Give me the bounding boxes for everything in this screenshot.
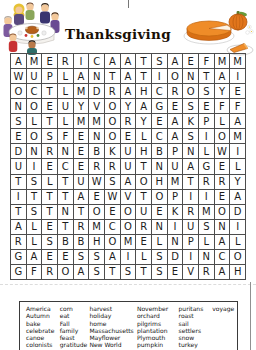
grid-cell-r10c12[interactable]: I [183, 190, 199, 205]
grid-cell-r9c15[interactable]: Y [230, 175, 246, 190]
grid-cell-r4c6[interactable]: V [89, 99, 105, 114]
word-list-column-6: voyage [212, 305, 237, 350]
word-list: AmericaAutumnbakecelebratecanoecolonists… [19, 301, 238, 350]
grid-cell-r12c3[interactable]: E [42, 220, 58, 235]
word-item: eat [60, 312, 90, 319]
grid-cell-r14c15[interactable]: O [230, 250, 246, 265]
grid-cell-r6c9[interactable]: L [136, 129, 152, 144]
word-item: gratitude [60, 341, 90, 348]
word-item: snow [179, 334, 213, 341]
grid-cell-r6c8[interactable]: E [121, 129, 137, 144]
page-title: Thanksgiving [50, 26, 186, 42]
grid-cell-r9c9[interactable]: O [136, 175, 152, 190]
grid-cell-r9c1[interactable]: T [11, 175, 27, 190]
grid-cell-r1c14[interactable]: M [215, 54, 231, 69]
grid-cell-r2c11[interactable]: O [168, 69, 184, 84]
grid-cell-r12c9[interactable]: R [136, 220, 152, 235]
word-item: Autumn [26, 312, 60, 319]
grid-cell-r14c10[interactable]: S [152, 250, 168, 265]
grid-cell-r11c11[interactable]: K [168, 205, 184, 220]
grid-cell-r11c13[interactable]: M [199, 205, 215, 220]
grid-cell-r12c13[interactable]: S [199, 220, 215, 235]
grid-cell-r4c11[interactable]: E [168, 99, 184, 114]
grid-cell-r8c14[interactable]: E [215, 159, 231, 174]
grid-cell-r5c12[interactable]: K [183, 114, 199, 129]
grid-cell-r4c3[interactable]: E [42, 99, 58, 114]
word-item: celebrate [26, 327, 60, 334]
word-item: sail [179, 320, 213, 327]
grid-cell-r11c9[interactable]: U [136, 205, 152, 220]
grid-cell-r8c12[interactable]: A [183, 159, 199, 174]
grid-cell-r12c2[interactable]: L [27, 220, 43, 235]
grid-cell-r15c10[interactable]: S [152, 265, 168, 280]
grid-cell-r4c5[interactable]: Y [74, 99, 90, 114]
word-list-column-2: corneatFallfamilyfeastgratitude [60, 305, 90, 350]
grid-cell-r12c6[interactable]: M [89, 220, 105, 235]
grid-cell-r5c4[interactable]: L [58, 114, 74, 129]
grid-cell-r12c12[interactable]: U [183, 220, 199, 235]
grid-cell-r7c12[interactable]: N [183, 144, 199, 159]
grid-cell-r11c3[interactable]: T [42, 205, 58, 220]
grid-cell-r9c3[interactable]: L [42, 175, 58, 190]
grid-cell-r13c15[interactable]: L [230, 235, 246, 250]
grid-cell-r15c12[interactable]: V [183, 265, 199, 280]
grid-cell-r3c12[interactable]: O [183, 84, 199, 99]
grid-cell-r7c15[interactable]: I [230, 144, 246, 159]
grid-cell-r2c8[interactable]: A [121, 69, 137, 84]
grid-cell-r15c3[interactable]: R [42, 265, 58, 280]
grid-cell-r10c6[interactable]: E [89, 190, 105, 205]
grid-cell-r7c11[interactable]: P [168, 144, 184, 159]
grid-cell-r13c7[interactable]: O [105, 235, 121, 250]
grid-cell-r5c6[interactable]: M [89, 114, 105, 129]
grid-cell-r8c6[interactable]: R [89, 159, 105, 174]
grid-cell-r10c10[interactable]: O [152, 190, 168, 205]
grid-cell-r12c8[interactable]: O [121, 220, 137, 235]
grid-cell-r13c12[interactable]: P [183, 235, 199, 250]
grid-cell-r11c8[interactable]: O [121, 205, 137, 220]
grid-cell-r13c3[interactable]: S [42, 235, 58, 250]
grid-cell-r13c9[interactable]: E [136, 235, 152, 250]
grid-cell-r6c14[interactable]: O [215, 129, 231, 144]
grid-cell-r1c9[interactable]: T [136, 54, 152, 69]
worksheet-page: Thanksgiving AMERICAATSAEFMMWUPLANTATION… [0, 0, 256, 350]
grid-cell-r6c7[interactable]: O [105, 129, 121, 144]
grid-cell-r13c4[interactable]: B [58, 235, 74, 250]
grid-cell-r15c7[interactable]: T [105, 265, 121, 280]
grid-cell-r7c2[interactable]: N [27, 144, 43, 159]
grid-cell-r14c11[interactable]: D [168, 250, 184, 265]
grid-cell-r8c10[interactable]: N [152, 159, 168, 174]
grid-cell-r15c2[interactable]: F [27, 265, 43, 280]
grid-cell-r4c12[interactable]: S [183, 99, 199, 114]
grid-cell-r8c15[interactable]: L [230, 159, 246, 174]
word-item: home [89, 320, 137, 327]
grid-cell-r15c15[interactable]: H [230, 265, 246, 280]
grid-cell-r7c5[interactable]: E [74, 144, 90, 159]
grid-cell-r13c1[interactable]: R [11, 235, 27, 250]
grid-cell-r6c6[interactable]: N [89, 129, 105, 144]
grid-cell-r11c4[interactable]: N [58, 205, 74, 220]
word-list-column-3: harvestholidayhomeMassachusettsMayflower… [89, 305, 137, 350]
grid-cell-r4c15[interactable]: F [230, 99, 246, 114]
grid-cell-r5c15[interactable]: A [230, 114, 246, 129]
word-item: corn [60, 305, 90, 312]
grid-cell-r12c11[interactable]: I [168, 220, 184, 235]
grid-cell-r1c1[interactable]: A [11, 54, 27, 69]
grid-cell-r14c7[interactable]: A [105, 250, 121, 265]
word-item: pilgrims [137, 320, 179, 327]
grid-cell-r12c4[interactable]: T [58, 220, 74, 235]
grid-cell-r5c13[interactable]: P [199, 114, 215, 129]
grid-cell-r13c11[interactable]: N [168, 235, 184, 250]
grid-cell-r15c1[interactable]: G [11, 265, 27, 280]
grid-cell-r8c11[interactable]: U [168, 159, 184, 174]
grid-cell-r7c6[interactable]: B [89, 144, 105, 159]
grid-cell-r13c14[interactable]: A [215, 235, 231, 250]
word-item: bake [26, 320, 60, 327]
grid-cell-r2c10[interactable]: I [152, 69, 168, 84]
grid-cell-r3c9[interactable]: H [136, 84, 152, 99]
grid-cell-r11c14[interactable]: O [215, 205, 231, 220]
grid-cell-r7c3[interactable]: R [42, 144, 58, 159]
grid-cell-r11c6[interactable]: O [89, 205, 105, 220]
grid-cell-r9c4[interactable]: T [58, 175, 74, 190]
word-item: roast [179, 312, 213, 319]
grid-cell-r7c10[interactable]: B [152, 144, 168, 159]
grid-cell-r9c2[interactable]: S [27, 175, 43, 190]
grid-cell-r5c14[interactable]: L [215, 114, 231, 129]
grid-cell-r14c2[interactable]: A [27, 250, 43, 265]
grid-cell-r11c2[interactable]: S [27, 205, 43, 220]
grid-cell-r1c7[interactable]: A [105, 54, 121, 69]
grid-cell-r10c11[interactable]: P [168, 190, 184, 205]
grid-cell-r10c1[interactable]: I [11, 190, 27, 205]
grid-cell-r6c2[interactable]: O [27, 129, 43, 144]
grid-cell-r9c6[interactable]: W [89, 175, 105, 190]
grid-cell-r5c5[interactable]: M [74, 114, 90, 129]
grid-cell-r3c14[interactable]: Y [215, 84, 231, 99]
grid-cell-r3c8[interactable]: A [121, 84, 137, 99]
grid-cell-r8c5[interactable]: E [74, 159, 90, 174]
grid-cell-r14c3[interactable]: E [42, 250, 58, 265]
grid-cell-r10c8[interactable]: V [121, 190, 137, 205]
grid-cell-r9c8[interactable]: A [121, 175, 137, 190]
grid-cell-r2c3[interactable]: P [42, 69, 58, 84]
grid-cell-r14c12[interactable]: I [183, 250, 199, 265]
grid-cell-r2c7[interactable]: T [105, 69, 121, 84]
grid-cell-r1c12[interactable]: E [183, 54, 199, 69]
grid-cell-r12c14[interactable]: N [215, 220, 231, 235]
grid-cell-r2c2[interactable]: U [27, 69, 43, 84]
grid-cell-r14c6[interactable]: S [89, 250, 105, 265]
separator-dashed-line [0, 284, 256, 285]
grid-cell-r6c12[interactable]: S [183, 129, 199, 144]
grid-cell-r3c15[interactable]: E [230, 84, 246, 99]
grid-cell-r3c3[interactable]: T [42, 84, 58, 99]
grid-cell-r11c15[interactable]: D [230, 205, 246, 220]
grid-cell-r2c15[interactable]: I [230, 69, 246, 84]
grid-cell-r12c10[interactable]: N [152, 220, 168, 235]
grid-cell-r2c12[interactable]: N [183, 69, 199, 84]
word-item: turkey [179, 341, 213, 348]
grid-cell-r12c1[interactable]: A [11, 220, 27, 235]
grid-cell-r3c7[interactable]: R [105, 84, 121, 99]
grid-cell-r2c5[interactable]: A [74, 69, 90, 84]
grid-cell-r2c9[interactable]: T [136, 69, 152, 84]
grid-cell-r14c4[interactable]: E [58, 250, 74, 265]
grid-cell-r5c11[interactable]: A [168, 114, 184, 129]
grid-cell-r1c3[interactable]: E [42, 54, 58, 69]
word-list-column-4: NovemberorchardpilgrimsplantationPlymout… [137, 305, 179, 350]
grid-cell-r13c6[interactable]: H [89, 235, 105, 250]
grid-cell-r15c11[interactable]: E [168, 265, 184, 280]
word-item: settlers [179, 327, 213, 334]
grid-cell-r7c8[interactable]: U [121, 144, 137, 159]
grid-cell-r15c14[interactable]: A [215, 265, 231, 280]
grid-cell-r7c1[interactable]: D [11, 144, 27, 159]
print-artifact-mark [128, 0, 129, 8]
grid-cell-r5c7[interactable]: O [105, 114, 121, 129]
grid-cell-r14c13[interactable]: N [199, 250, 215, 265]
grid-cell-r4c13[interactable]: E [199, 99, 215, 114]
grid-cell-r15c5[interactable]: A [74, 265, 90, 280]
grid-cell-r5c10[interactable]: E [152, 114, 168, 129]
word-item: Fall [60, 320, 90, 327]
grid-cell-r6c5[interactable]: E [74, 129, 90, 144]
word-item: puritans [179, 305, 213, 312]
word-item: voyage [212, 305, 237, 312]
grid-cell-r4c1[interactable]: N [11, 99, 27, 114]
grid-cell-r11c1[interactable]: T [11, 205, 27, 220]
grid-cell-r8c2[interactable]: I [27, 159, 43, 174]
grid-cell-r9c14[interactable]: R [215, 175, 231, 190]
grid-cell-r1c2[interactable]: M [27, 54, 43, 69]
grid-cell-r9c12[interactable]: T [183, 175, 199, 190]
grid-cell-r8c4[interactable]: C [58, 159, 74, 174]
grid-cell-r2c13[interactable]: T [199, 69, 215, 84]
grid-cell-r12c7[interactable]: C [105, 220, 121, 235]
grid-cell-r10c4[interactable]: T [58, 190, 74, 205]
grid-cell-r10c13[interactable]: I [199, 190, 215, 205]
grid-cell-r10c2[interactable]: T [27, 190, 43, 205]
grid-cell-r2c4[interactable]: L [58, 69, 74, 84]
word-list-column-1: AmericaAutumnbakecelebratecanoecolonists [26, 305, 60, 350]
word-item: New World [89, 341, 137, 348]
word-item: Mayflower [89, 334, 137, 341]
grid-cell-r14c1[interactable]: G [11, 250, 27, 265]
grid-cell-r11c5[interactable]: T [74, 205, 90, 220]
grid-cell-r9c7[interactable]: S [105, 175, 121, 190]
grid-cell-r1c15[interactable]: M [230, 54, 246, 69]
word-item: Massachusetts [89, 327, 137, 334]
word-item: family [60, 327, 90, 334]
grid-cell-r8c1[interactable]: U [11, 159, 27, 174]
grid-cell-r10c15[interactable]: A [230, 190, 246, 205]
grid-cell-r10c5[interactable]: A [74, 190, 90, 205]
grid-cell-r11c7[interactable]: E [105, 205, 121, 220]
grid-cell-r1c8[interactable]: A [121, 54, 137, 69]
word-item: pumpkin [137, 341, 179, 348]
grid-cell-r10c7[interactable]: W [105, 190, 121, 205]
grid-cell-r3c4[interactable]: L [58, 84, 74, 99]
grid-cell-r3c1[interactable]: O [11, 84, 27, 99]
grid-cell-r4c9[interactable]: A [136, 99, 152, 114]
grid-cell-r11c12[interactable]: R [183, 205, 199, 220]
grid-cell-r3c11[interactable]: R [168, 84, 184, 99]
grid-cell-r4c2[interactable]: O [27, 99, 43, 114]
grid-cell-r5c8[interactable]: R [121, 114, 137, 129]
grid-cell-r1c13[interactable]: F [199, 54, 215, 69]
grid-cell-r14c14[interactable]: C [215, 250, 231, 265]
grid-cell-r1c10[interactable]: S [152, 54, 168, 69]
grid-cell-r4c10[interactable]: G [152, 99, 168, 114]
grid-cell-r14c9[interactable]: L [136, 250, 152, 265]
grid-cell-r13c5[interactable]: B [74, 235, 90, 250]
grid-cell-r1c11[interactable]: A [168, 54, 184, 69]
grid-cell-r12c5[interactable]: R [74, 220, 90, 235]
grid-cell-r6c15[interactable]: M [230, 129, 246, 144]
grid-cell-r9c13[interactable]: R [199, 175, 215, 190]
grid-cell-r1c4[interactable]: R [58, 54, 74, 69]
grid-cell-r6c11[interactable]: A [168, 129, 184, 144]
grid-cell-r8c9[interactable]: T [136, 159, 152, 174]
grid-cell-r8c8[interactable]: U [121, 159, 137, 174]
grid-cell-r4c14[interactable]: F [215, 99, 231, 114]
grid-cell-r5c2[interactable]: L [27, 114, 43, 129]
grid-cell-r8c3[interactable]: E [42, 159, 58, 174]
grid-cell-r15c9[interactable]: T [136, 265, 152, 280]
word-search-grid: AMERICAATSAEFMMWUPLANTATIONTAIOCTLMDRAHC… [10, 53, 246, 280]
grid-cell-r15c6[interactable]: S [89, 265, 105, 280]
grid-cell-r10c14[interactable]: E [215, 190, 231, 205]
grid-cell-r13c8[interactable]: M [121, 235, 137, 250]
grid-cell-r15c13[interactable]: R [199, 265, 215, 280]
grid-cell-r1c6[interactable]: C [89, 54, 105, 69]
grid-cell-r10c9[interactable]: T [136, 190, 152, 205]
grid-cell-r3c5[interactable]: M [74, 84, 90, 99]
grid-cell-r7c14[interactable]: W [215, 144, 231, 159]
grid-cell-r9c5[interactable]: U [74, 175, 90, 190]
grid-cell-r1c5[interactable]: I [74, 54, 90, 69]
grid-cell-r5c3[interactable]: T [42, 114, 58, 129]
grid-cell-r9c10[interactable]: H [152, 175, 168, 190]
grid-cell-r4c4[interactable]: U [58, 99, 74, 114]
grid-cell-r7c4[interactable]: N [58, 144, 74, 159]
grid-cell-r7c7[interactable]: K [105, 144, 121, 159]
grid-cell-r8c13[interactable]: G [199, 159, 215, 174]
grid-cell-r3c2[interactable]: C [27, 84, 43, 99]
grid-cell-r5c9[interactable]: Y [136, 114, 152, 129]
grid-cell-r6c10[interactable]: C [152, 129, 168, 144]
grid-cell-r8c7[interactable]: R [105, 159, 121, 174]
grid-cell-r3c10[interactable]: C [152, 84, 168, 99]
grid-cell-r7c9[interactable]: H [136, 144, 152, 159]
word-item: canoe [26, 334, 60, 341]
grid-cell-r4c7[interactable]: O [105, 99, 121, 114]
grid-cell-r3c6[interactable]: D [89, 84, 105, 99]
grid-cell-r14c8[interactable]: I [121, 250, 137, 265]
word-item: harvest [89, 305, 137, 312]
word-item: holiday [89, 312, 137, 319]
grid-cell-r9c11[interactable]: M [168, 175, 184, 190]
grid-cell-r15c4[interactable]: O [58, 265, 74, 280]
grid-cell-r15c8[interactable]: S [121, 265, 137, 280]
word-item: America [26, 305, 60, 312]
grid-cell-r5c1[interactable]: S [11, 114, 27, 129]
page-edge-line [250, 282, 251, 350]
grid-cell-r4c8[interactable]: Y [121, 99, 137, 114]
grid-cell-r6c4[interactable]: F [58, 129, 74, 144]
grid-cell-r14c5[interactable]: S [74, 250, 90, 265]
word-item: plantation [137, 327, 179, 334]
grid-cell-r2c6[interactable]: N [89, 69, 105, 84]
grid-cell-r12c15[interactable]: I [230, 220, 246, 235]
word-item: feast [60, 334, 90, 341]
word-list-column-5: puritansroastsailsettlerssnowturkey [179, 305, 213, 350]
grid-cell-r3c13[interactable]: S [199, 84, 215, 99]
grid-cell-r10c3[interactable]: T [42, 190, 58, 205]
grid-cell-r13c2[interactable]: L [27, 235, 43, 250]
grid-cell-r2c14[interactable]: A [215, 69, 231, 84]
grid-cell-r7c13[interactable]: L [199, 144, 215, 159]
word-item: Plymouth [137, 334, 179, 341]
grid-cell-r6c3[interactable]: S [42, 129, 58, 144]
grid-cell-r13c13[interactable]: L [199, 235, 215, 250]
grid-cell-r6c13[interactable]: I [199, 129, 215, 144]
grid-cell-r2c1[interactable]: W [11, 69, 27, 84]
grid-cell-r6c1[interactable]: E [11, 129, 27, 144]
word-item: November [137, 305, 179, 312]
word-item: orchard [137, 312, 179, 319]
grid-cell-r13c10[interactable]: L [152, 235, 168, 250]
word-item: colonists [26, 341, 60, 348]
grid-cell-r11c10[interactable]: E [152, 205, 168, 220]
